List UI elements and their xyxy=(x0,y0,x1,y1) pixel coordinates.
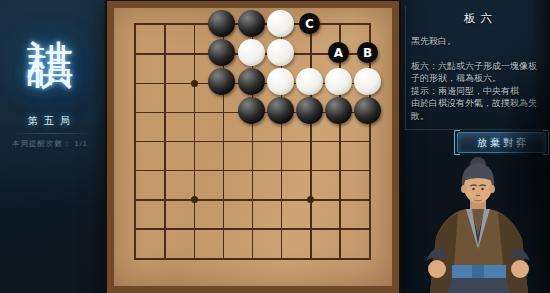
stone-black xyxy=(208,10,235,37)
stone-white xyxy=(296,68,323,95)
move-option-c[interactable]: C xyxy=(299,13,320,34)
hint-counter: 本局提醒次數： 1/1 xyxy=(0,139,100,149)
stone-black xyxy=(238,10,265,37)
left-panel-divider xyxy=(12,133,92,134)
stones-layer: CAB xyxy=(120,9,382,271)
round-label: 第五局 xyxy=(0,114,98,128)
stone-black xyxy=(208,39,235,66)
stone-black xyxy=(267,97,294,124)
stone-white xyxy=(267,68,294,95)
stone-white xyxy=(325,68,352,95)
stone-white xyxy=(267,39,294,66)
move-option-a[interactable]: A xyxy=(328,42,349,63)
npc-portrait xyxy=(414,153,542,293)
stone-black xyxy=(325,97,352,124)
puzzle-task-text: 黑先殺白。 xyxy=(411,35,545,48)
stone-white xyxy=(267,10,294,37)
tsumego-screen: { "game": "go", "colors": { "background"… xyxy=(0,0,550,293)
stone-black xyxy=(238,97,265,124)
stone-black xyxy=(296,97,323,124)
stone-white xyxy=(354,68,381,95)
go-board[interactable]: CAB xyxy=(107,1,399,293)
stone-white xyxy=(238,39,265,66)
move-option-b[interactable]: B xyxy=(357,42,378,63)
stone-black xyxy=(354,97,381,124)
page-title: 詰棋 xyxy=(24,2,77,10)
stone-black xyxy=(238,68,265,95)
stone-black xyxy=(208,68,235,95)
puzzle-title: 板六 xyxy=(411,11,545,26)
